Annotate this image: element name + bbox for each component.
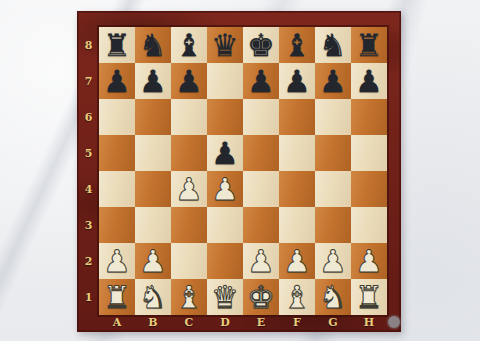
square-g6[interactable] bbox=[315, 99, 351, 135]
piece-black-pawn[interactable]: ♟ bbox=[103, 63, 131, 99]
piece-black-king[interactable]: ♚ bbox=[247, 27, 275, 63]
square-f1[interactable]: ♝ bbox=[279, 279, 315, 315]
square-h2[interactable]: ♟ bbox=[351, 243, 387, 279]
file-label-e: E bbox=[243, 314, 279, 330]
square-b4[interactable] bbox=[135, 171, 171, 207]
square-a4[interactable] bbox=[99, 171, 135, 207]
square-c4[interactable]: ♟ bbox=[171, 171, 207, 207]
piece-white-pawn[interactable]: ♟ bbox=[139, 243, 167, 279]
rank-label-1: 1 bbox=[79, 279, 98, 315]
piece-white-king[interactable]: ♚ bbox=[247, 279, 275, 315]
piece-white-pawn[interactable]: ♟ bbox=[247, 243, 275, 279]
piece-white-pawn[interactable]: ♟ bbox=[175, 171, 203, 207]
square-d4[interactable]: ♟ bbox=[207, 171, 243, 207]
rank-label-5: 5 bbox=[79, 135, 98, 171]
file-label-h: H bbox=[351, 314, 387, 330]
rank-label-8: 8 bbox=[79, 27, 98, 63]
piece-white-queen[interactable]: ♛ bbox=[211, 279, 239, 315]
square-g5[interactable] bbox=[315, 135, 351, 171]
square-e7[interactable]: ♟ bbox=[243, 63, 279, 99]
square-a1[interactable]: ♜ bbox=[99, 279, 135, 315]
file-labels: ABCDEFGH bbox=[99, 314, 387, 330]
square-d1[interactable]: ♛ bbox=[207, 279, 243, 315]
piece-black-pawn[interactable]: ♟ bbox=[211, 135, 239, 171]
square-a6[interactable] bbox=[99, 99, 135, 135]
square-h3[interactable] bbox=[351, 207, 387, 243]
rank-label-2: 2 bbox=[79, 243, 98, 279]
square-a8[interactable]: ♜ bbox=[99, 27, 135, 63]
square-d2[interactable] bbox=[207, 243, 243, 279]
square-a7[interactable]: ♟ bbox=[99, 63, 135, 99]
square-g7[interactable]: ♟ bbox=[315, 63, 351, 99]
square-c3[interactable] bbox=[171, 207, 207, 243]
chess-app-background: 87654321 ♜♞♝♛♚♝♞♜♟♟♟♟♟♟♟♟♟♟♟♟♟♟♟♟♜♞♝♛♚♝♞… bbox=[0, 0, 480, 341]
square-e3[interactable] bbox=[243, 207, 279, 243]
cursor-dot bbox=[388, 316, 400, 328]
square-g8[interactable]: ♞ bbox=[315, 27, 351, 63]
piece-black-pawn[interactable]: ♟ bbox=[319, 63, 347, 99]
square-f7[interactable]: ♟ bbox=[279, 63, 315, 99]
square-e8[interactable]: ♚ bbox=[243, 27, 279, 63]
rank-label-7: 7 bbox=[79, 63, 98, 99]
piece-black-queen[interactable]: ♛ bbox=[211, 27, 239, 63]
piece-black-knight[interactable]: ♞ bbox=[139, 27, 167, 63]
rank-label-4: 4 bbox=[79, 171, 98, 207]
square-b6[interactable] bbox=[135, 99, 171, 135]
square-b7[interactable]: ♟ bbox=[135, 63, 171, 99]
square-a2[interactable]: ♟ bbox=[99, 243, 135, 279]
square-d7[interactable] bbox=[207, 63, 243, 99]
file-label-d: D bbox=[207, 314, 243, 330]
file-label-a: A bbox=[99, 314, 135, 330]
square-f8[interactable]: ♝ bbox=[279, 27, 315, 63]
piece-white-pawn[interactable]: ♟ bbox=[211, 171, 239, 207]
square-h4[interactable] bbox=[351, 171, 387, 207]
square-d8[interactable]: ♛ bbox=[207, 27, 243, 63]
rank-label-6: 6 bbox=[79, 99, 98, 135]
square-e2[interactable]: ♟ bbox=[243, 243, 279, 279]
file-label-g: G bbox=[315, 314, 351, 330]
square-h6[interactable] bbox=[351, 99, 387, 135]
piece-black-pawn[interactable]: ♟ bbox=[139, 63, 167, 99]
square-b2[interactable]: ♟ bbox=[135, 243, 171, 279]
square-h8[interactable]: ♜ bbox=[351, 27, 387, 63]
piece-black-rook[interactable]: ♜ bbox=[103, 27, 131, 63]
rank-label-3: 3 bbox=[79, 207, 98, 243]
piece-black-pawn[interactable]: ♟ bbox=[175, 63, 203, 99]
square-b1[interactable]: ♞ bbox=[135, 279, 171, 315]
file-label-b: B bbox=[135, 314, 171, 330]
square-b3[interactable] bbox=[135, 207, 171, 243]
square-f6[interactable] bbox=[279, 99, 315, 135]
piece-white-bishop[interactable]: ♝ bbox=[283, 279, 311, 315]
square-e1[interactable]: ♚ bbox=[243, 279, 279, 315]
square-e4[interactable] bbox=[243, 171, 279, 207]
square-a3[interactable] bbox=[99, 207, 135, 243]
square-h1[interactable]: ♜ bbox=[351, 279, 387, 315]
piece-white-bishop[interactable]: ♝ bbox=[175, 279, 203, 315]
square-e6[interactable] bbox=[243, 99, 279, 135]
square-d6[interactable] bbox=[207, 99, 243, 135]
piece-white-pawn[interactable]: ♟ bbox=[283, 243, 311, 279]
piece-white-rook[interactable]: ♜ bbox=[355, 279, 383, 315]
square-c2[interactable] bbox=[171, 243, 207, 279]
piece-white-knight[interactable]: ♞ bbox=[319, 279, 347, 315]
piece-white-pawn[interactable]: ♟ bbox=[355, 243, 383, 279]
square-f4[interactable] bbox=[279, 171, 315, 207]
square-b5[interactable] bbox=[135, 135, 171, 171]
square-h7[interactable]: ♟ bbox=[351, 63, 387, 99]
piece-black-pawn[interactable]: ♟ bbox=[283, 63, 311, 99]
square-c8[interactable]: ♝ bbox=[171, 27, 207, 63]
piece-black-bishop[interactable]: ♝ bbox=[283, 27, 311, 63]
square-f3[interactable] bbox=[279, 207, 315, 243]
piece-black-bishop[interactable]: ♝ bbox=[175, 27, 203, 63]
square-g2[interactable]: ♟ bbox=[315, 243, 351, 279]
square-g1[interactable]: ♞ bbox=[315, 279, 351, 315]
square-d3[interactable] bbox=[207, 207, 243, 243]
square-c1[interactable]: ♝ bbox=[171, 279, 207, 315]
piece-white-pawn[interactable]: ♟ bbox=[319, 243, 347, 279]
square-b8[interactable]: ♞ bbox=[135, 27, 171, 63]
square-c5[interactable] bbox=[171, 135, 207, 171]
file-label-c: C bbox=[171, 314, 207, 330]
board-frame: 87654321 ♜♞♝♛♚♝♞♜♟♟♟♟♟♟♟♟♟♟♟♟♟♟♟♟♜♞♝♛♚♝♞… bbox=[77, 11, 401, 332]
square-g4[interactable] bbox=[315, 171, 351, 207]
piece-black-pawn[interactable]: ♟ bbox=[355, 63, 383, 99]
square-f5[interactable] bbox=[279, 135, 315, 171]
rank-labels: 87654321 bbox=[79, 27, 98, 315]
square-g3[interactable] bbox=[315, 207, 351, 243]
square-e5[interactable] bbox=[243, 135, 279, 171]
piece-black-pawn[interactable]: ♟ bbox=[247, 63, 275, 99]
piece-white-rook[interactable]: ♜ bbox=[103, 279, 131, 315]
piece-black-knight[interactable]: ♞ bbox=[319, 27, 347, 63]
square-c6[interactable] bbox=[171, 99, 207, 135]
square-h5[interactable] bbox=[351, 135, 387, 171]
piece-white-pawn[interactable]: ♟ bbox=[103, 243, 131, 279]
piece-black-rook[interactable]: ♜ bbox=[355, 27, 383, 63]
square-c7[interactable]: ♟ bbox=[171, 63, 207, 99]
square-a5[interactable] bbox=[99, 135, 135, 171]
piece-white-knight[interactable]: ♞ bbox=[139, 279, 167, 315]
chess-board[interactable]: ♜♞♝♛♚♝♞♜♟♟♟♟♟♟♟♟♟♟♟♟♟♟♟♟♜♞♝♛♚♝♞♜ bbox=[99, 27, 387, 315]
file-label-f: F bbox=[279, 314, 315, 330]
square-d5[interactable]: ♟ bbox=[207, 135, 243, 171]
square-f2[interactable]: ♟ bbox=[279, 243, 315, 279]
